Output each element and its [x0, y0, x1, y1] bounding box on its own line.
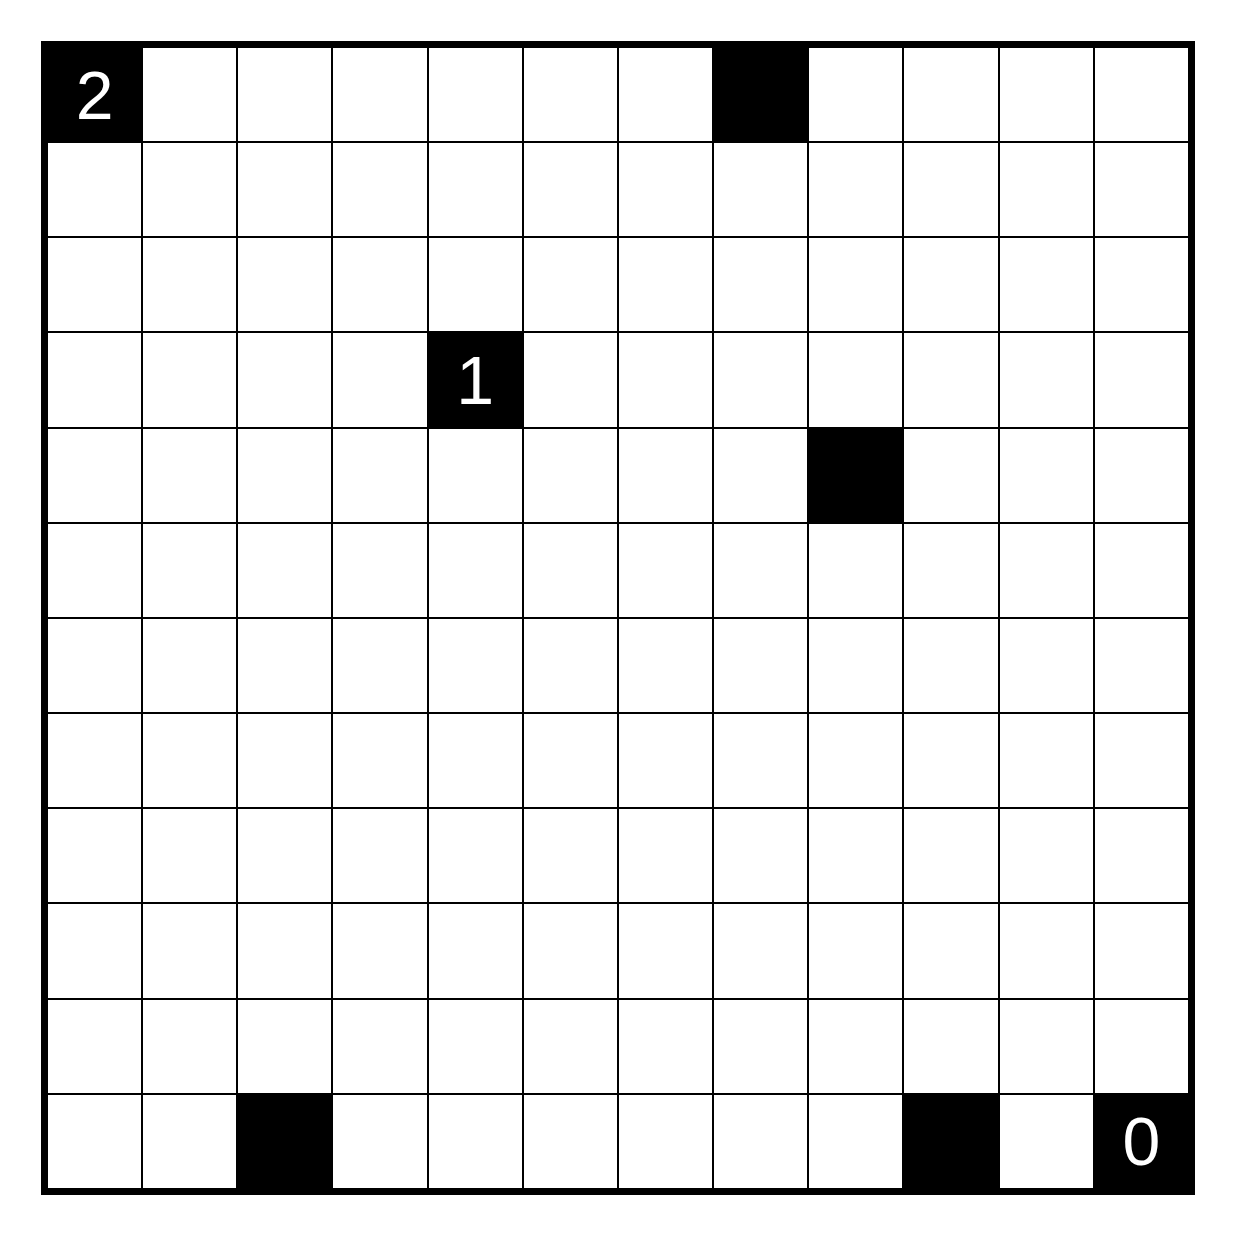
cell-r5c3[interactable] — [333, 524, 426, 617]
cell-r5c7[interactable] — [714, 524, 807, 617]
cell-r8c10[interactable] — [1000, 809, 1093, 902]
cell-r5c4[interactable] — [429, 524, 522, 617]
cell-r10c1[interactable] — [143, 1000, 236, 1093]
cell-r2c9[interactable] — [904, 238, 997, 331]
cell-r1c11[interactable] — [1095, 143, 1188, 236]
cell-r9c11[interactable] — [1095, 904, 1188, 997]
cell-r5c1[interactable] — [143, 524, 236, 617]
cell-r5c11[interactable] — [1095, 524, 1188, 617]
cell-r0c6[interactable] — [619, 48, 712, 141]
cell-r4c7[interactable] — [714, 429, 807, 522]
cell-r8c1[interactable] — [143, 809, 236, 902]
cell-r4c4[interactable] — [429, 429, 522, 522]
cell-r8c11[interactable] — [1095, 809, 1188, 902]
cell-r5c8[interactable] — [809, 524, 902, 617]
cell-r1c9[interactable] — [904, 143, 997, 236]
cell-r10c9[interactable] — [904, 1000, 997, 1093]
cell-r4c11[interactable] — [1095, 429, 1188, 522]
cell-r5c9[interactable] — [904, 524, 997, 617]
cell-r3c9[interactable] — [904, 333, 997, 426]
cell-r10c0[interactable] — [48, 1000, 141, 1093]
black-cell-r11c2 — [238, 1095, 331, 1188]
cell-r7c3[interactable] — [333, 714, 426, 807]
cell-r3c10[interactable] — [1000, 333, 1093, 426]
cell-r9c1[interactable] — [143, 904, 236, 997]
cell-r1c0[interactable] — [48, 143, 141, 236]
cell-r6c6[interactable] — [619, 619, 712, 712]
cell-r8c5[interactable] — [524, 809, 617, 902]
cell-r10c5[interactable] — [524, 1000, 617, 1093]
black-cell-r11c9 — [904, 1095, 997, 1188]
cell-r8c4[interactable] — [429, 809, 522, 902]
cell-r7c6[interactable] — [619, 714, 712, 807]
cell-r5c10[interactable] — [1000, 524, 1093, 617]
cell-r2c11[interactable] — [1095, 238, 1188, 331]
black-cell-r4c8 — [809, 429, 902, 522]
cell-r1c7[interactable] — [714, 143, 807, 236]
cell-r7c0[interactable] — [48, 714, 141, 807]
cell-r9c6[interactable] — [619, 904, 712, 997]
cell-r7c4[interactable] — [429, 714, 522, 807]
cell-r6c0[interactable] — [48, 619, 141, 712]
cell-r2c5[interactable] — [524, 238, 617, 331]
cell-r1c1[interactable] — [143, 143, 236, 236]
cell-r11c1[interactable] — [143, 1095, 236, 1188]
cell-r0c11[interactable] — [1095, 48, 1188, 141]
cell-r5c5[interactable] — [524, 524, 617, 617]
cell-r3c7[interactable] — [714, 333, 807, 426]
cell-r4c1[interactable] — [143, 429, 236, 522]
cell-r6c9[interactable] — [904, 619, 997, 712]
cell-r3c2[interactable] — [238, 333, 331, 426]
cell-r10c2[interactable] — [238, 1000, 331, 1093]
cell-r6c7[interactable] — [714, 619, 807, 712]
clue-cell-r0c0: 2 — [48, 48, 141, 141]
cell-r11c8[interactable] — [809, 1095, 902, 1188]
cell-r7c1[interactable] — [143, 714, 236, 807]
clue-cell-r3c4: 1 — [429, 333, 522, 426]
cell-r2c4[interactable] — [429, 238, 522, 331]
cell-r10c6[interactable] — [619, 1000, 712, 1093]
cell-r7c9[interactable] — [904, 714, 997, 807]
cell-r0c9[interactable] — [904, 48, 997, 141]
cell-r9c4[interactable] — [429, 904, 522, 997]
cell-r11c7[interactable] — [714, 1095, 807, 1188]
cell-r6c4[interactable] — [429, 619, 522, 712]
cell-r11c6[interactable] — [619, 1095, 712, 1188]
cell-r2c6[interactable] — [619, 238, 712, 331]
cell-r5c2[interactable] — [238, 524, 331, 617]
cell-r3c0[interactable] — [48, 333, 141, 426]
cell-r9c2[interactable] — [238, 904, 331, 997]
cell-r0c3[interactable] — [333, 48, 426, 141]
cell-r8c0[interactable] — [48, 809, 141, 902]
cell-r2c2[interactable] — [238, 238, 331, 331]
cell-r10c11[interactable] — [1095, 1000, 1188, 1093]
cell-r0c1[interactable] — [143, 48, 236, 141]
cell-r3c1[interactable] — [143, 333, 236, 426]
cell-r2c0[interactable] — [48, 238, 141, 331]
cell-r8c6[interactable] — [619, 809, 712, 902]
cell-r4c5[interactable] — [524, 429, 617, 522]
cell-r6c5[interactable] — [524, 619, 617, 712]
cell-r3c8[interactable] — [809, 333, 902, 426]
cell-r10c8[interactable] — [809, 1000, 902, 1093]
cell-r6c8[interactable] — [809, 619, 902, 712]
black-cell-r0c7 — [714, 48, 807, 141]
cell-r4c10[interactable] — [1000, 429, 1093, 522]
cell-r11c4[interactable] — [429, 1095, 522, 1188]
cell-r10c4[interactable] — [429, 1000, 522, 1093]
cell-r7c10[interactable] — [1000, 714, 1093, 807]
cell-r4c6[interactable] — [619, 429, 712, 522]
cell-r3c6[interactable] — [619, 333, 712, 426]
cell-r1c3[interactable] — [333, 143, 426, 236]
cell-r0c10[interactable] — [1000, 48, 1093, 141]
cell-r8c2[interactable] — [238, 809, 331, 902]
cell-r1c5[interactable] — [524, 143, 617, 236]
cell-r1c2[interactable] — [238, 143, 331, 236]
cell-r11c0[interactable] — [48, 1095, 141, 1188]
cell-r1c8[interactable] — [809, 143, 902, 236]
cell-r8c8[interactable] — [809, 809, 902, 902]
cell-r2c7[interactable] — [714, 238, 807, 331]
cell-r9c10[interactable] — [1000, 904, 1093, 997]
cell-r2c8[interactable] — [809, 238, 902, 331]
cell-r2c1[interactable] — [143, 238, 236, 331]
cell-r8c7[interactable] — [714, 809, 807, 902]
cell-r2c10[interactable] — [1000, 238, 1093, 331]
cell-r0c5[interactable] — [524, 48, 617, 141]
cell-r9c5[interactable] — [524, 904, 617, 997]
cell-r1c4[interactable] — [429, 143, 522, 236]
cell-r7c8[interactable] — [809, 714, 902, 807]
cell-r1c6[interactable] — [619, 143, 712, 236]
cell-r4c0[interactable] — [48, 429, 141, 522]
cell-r3c3[interactable] — [333, 333, 426, 426]
cell-r4c9[interactable] — [904, 429, 997, 522]
clue-cell-r11c11: 0 — [1095, 1095, 1188, 1188]
cell-r2c3[interactable] — [333, 238, 426, 331]
cell-r9c8[interactable] — [809, 904, 902, 997]
puzzle-page: 210 — [0, 0, 1235, 1235]
cell-r4c3[interactable] — [333, 429, 426, 522]
cell-r6c1[interactable] — [143, 619, 236, 712]
cell-r9c0[interactable] — [48, 904, 141, 997]
cell-r7c7[interactable] — [714, 714, 807, 807]
cell-r0c8[interactable] — [809, 48, 902, 141]
cell-r10c3[interactable] — [333, 1000, 426, 1093]
cell-r7c2[interactable] — [238, 714, 331, 807]
cell-r0c2[interactable] — [238, 48, 331, 141]
cell-r6c10[interactable] — [1000, 619, 1093, 712]
cell-r6c2[interactable] — [238, 619, 331, 712]
cell-r9c3[interactable] — [333, 904, 426, 997]
cell-r7c11[interactable] — [1095, 714, 1188, 807]
cell-r7c5[interactable] — [524, 714, 617, 807]
cell-r10c7[interactable] — [714, 1000, 807, 1093]
cell-r6c3[interactable] — [333, 619, 426, 712]
cell-r0c4[interactable] — [429, 48, 522, 141]
cell-r10c10[interactable] — [1000, 1000, 1093, 1093]
cell-r5c6[interactable] — [619, 524, 712, 617]
cell-r6c11[interactable] — [1095, 619, 1188, 712]
cell-r4c2[interactable] — [238, 429, 331, 522]
akari-board: 210 — [41, 41, 1195, 1195]
cell-r3c11[interactable] — [1095, 333, 1188, 426]
cell-r8c3[interactable] — [333, 809, 426, 902]
cell-r5c0[interactable] — [48, 524, 141, 617]
cell-r9c9[interactable] — [904, 904, 997, 997]
cell-r11c10[interactable] — [1000, 1095, 1093, 1188]
cell-r1c10[interactable] — [1000, 143, 1093, 236]
cell-r3c5[interactable] — [524, 333, 617, 426]
cell-r8c9[interactable] — [904, 809, 997, 902]
cell-r11c3[interactable] — [333, 1095, 426, 1188]
cell-r11c5[interactable] — [524, 1095, 617, 1188]
cell-r9c7[interactable] — [714, 904, 807, 997]
